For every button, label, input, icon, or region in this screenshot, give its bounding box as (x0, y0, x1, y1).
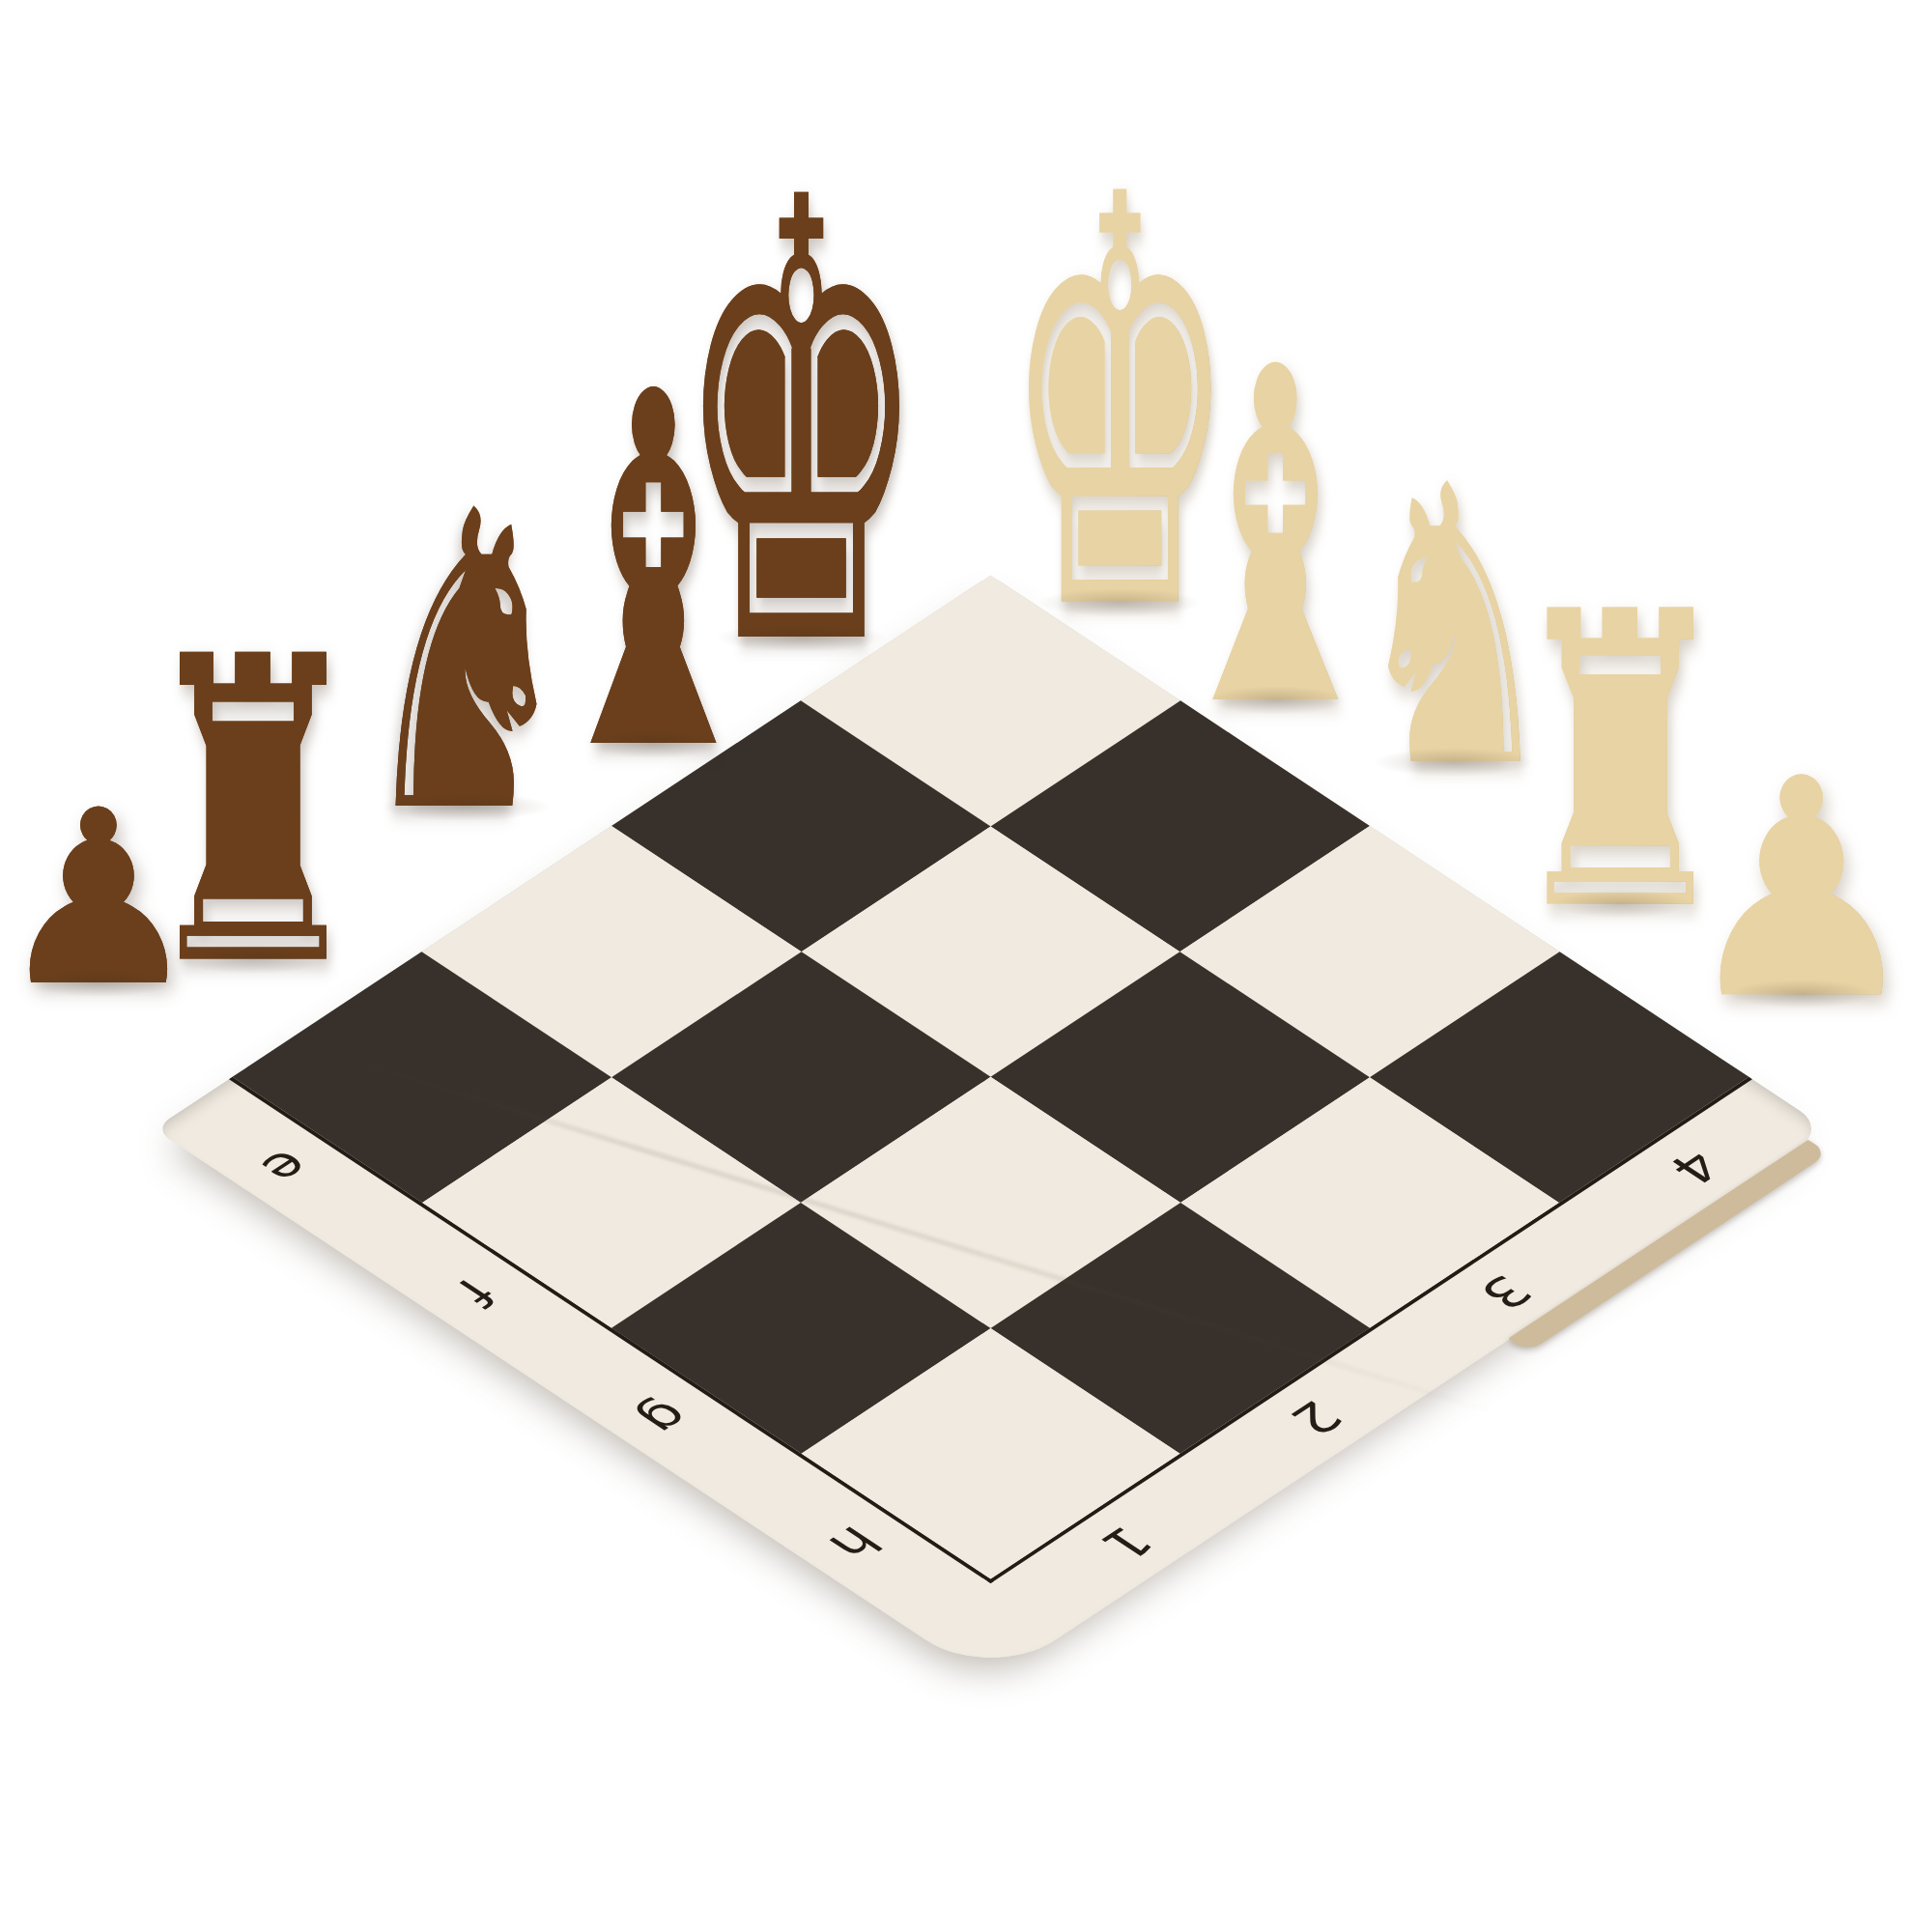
dark-rook-glyph: ♜ (136, 603, 370, 1023)
light-pawn-glyph: ♟ (1680, 739, 1923, 1040)
piece-dark-king[interactable]: ♚ (715, 186, 887, 639)
piece-light-rook[interactable]: ♜ (1550, 613, 1690, 905)
piece-light-bishop[interactable]: ♝ (1206, 360, 1346, 701)
piece-dark-knight[interactable]: ♞ (380, 506, 552, 808)
pieces-layer: ♟♜♞♝♚♚♝♞♜♟ (0, 0, 1932, 1932)
piece-dark-rook[interactable]: ♜ (172, 649, 334, 960)
piece-light-pawn[interactable]: ♟ (1729, 771, 1874, 995)
dark-king-glyph: ♚ (675, 122, 926, 730)
product-photo-stage: Wooden chess pieces beside a quarter-fol… (0, 0, 1932, 1932)
